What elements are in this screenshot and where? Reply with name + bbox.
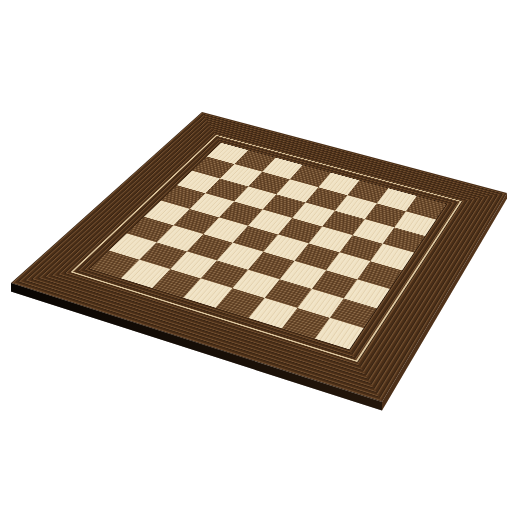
chess-board: [11, 112, 507, 402]
product-photo-stage: [0, 0, 520, 520]
